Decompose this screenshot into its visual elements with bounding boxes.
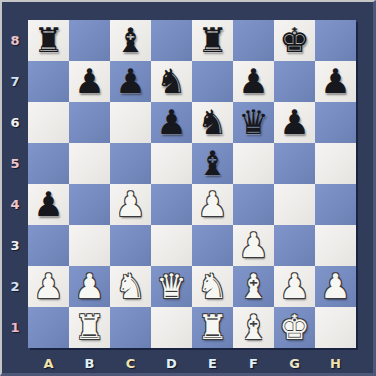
square-d5[interactable]	[151, 143, 192, 184]
rank-label-3: 3	[2, 225, 28, 266]
piece-black-bishop[interactable]: ♝	[110, 20, 151, 61]
square-g1[interactable]: ♚	[274, 307, 315, 348]
square-f1[interactable]: ♝	[233, 307, 274, 348]
square-b4[interactable]	[69, 184, 110, 225]
piece-black-pawn[interactable]: ♟	[151, 102, 192, 143]
piece-black-pawn[interactable]: ♟	[28, 184, 69, 225]
file-label-d: D	[151, 350, 192, 376]
square-g4[interactable]	[274, 184, 315, 225]
piece-black-king[interactable]: ♚	[274, 20, 315, 61]
square-a4[interactable]: ♟	[28, 184, 69, 225]
square-e7[interactable]	[192, 61, 233, 102]
piece-white-knight[interactable]: ♞	[110, 266, 151, 307]
square-e3[interactable]	[192, 225, 233, 266]
square-b2[interactable]: ♟	[69, 266, 110, 307]
piece-white-bishop[interactable]: ♝	[233, 307, 274, 348]
square-h7[interactable]: ♟	[315, 61, 356, 102]
square-d4[interactable]	[151, 184, 192, 225]
piece-black-pawn[interactable]: ♟	[69, 61, 110, 102]
square-d6[interactable]: ♟	[151, 102, 192, 143]
rank-label-7: 7	[2, 61, 28, 102]
square-h8[interactable]	[315, 20, 356, 61]
square-a7[interactable]	[28, 61, 69, 102]
square-c3[interactable]	[110, 225, 151, 266]
piece-white-pawn[interactable]: ♟	[69, 266, 110, 307]
square-g5[interactable]	[274, 143, 315, 184]
square-d1[interactable]	[151, 307, 192, 348]
piece-white-rook[interactable]: ♜	[69, 307, 110, 348]
square-a6[interactable]	[28, 102, 69, 143]
piece-black-bishop[interactable]: ♝	[192, 143, 233, 184]
square-f2[interactable]: ♝	[233, 266, 274, 307]
square-c6[interactable]	[110, 102, 151, 143]
piece-black-knight[interactable]: ♞	[192, 102, 233, 143]
square-c8[interactable]: ♝	[110, 20, 151, 61]
rank-label-1: 1	[2, 307, 28, 348]
piece-white-pawn[interactable]: ♟	[315, 266, 356, 307]
piece-black-queen[interactable]: ♛	[233, 102, 274, 143]
square-f4[interactable]	[233, 184, 274, 225]
piece-white-pawn[interactable]: ♟	[274, 266, 315, 307]
piece-white-queen[interactable]: ♛	[151, 266, 192, 307]
piece-black-rook[interactable]: ♜	[192, 20, 233, 61]
square-b3[interactable]	[69, 225, 110, 266]
square-d3[interactable]	[151, 225, 192, 266]
square-h5[interactable]	[315, 143, 356, 184]
piece-black-knight[interactable]: ♞	[151, 61, 192, 102]
square-f5[interactable]	[233, 143, 274, 184]
square-c7[interactable]: ♟	[110, 61, 151, 102]
chess-board-frame: 87654321 ♜♝♜♚♟♟♞♟♟♟♞♛♟♝♟♟♟♟♟♟♞♛♞♝♟♟♜♜♝♚ …	[0, 0, 376, 376]
board[interactable]: ♜♝♜♚♟♟♞♟♟♟♞♛♟♝♟♟♟♟♟♟♞♛♞♝♟♟♜♜♝♚	[28, 20, 356, 348]
piece-black-pawn[interactable]: ♟	[233, 61, 274, 102]
file-label-e: E	[192, 350, 233, 376]
file-label-g: G	[274, 350, 315, 376]
square-d8[interactable]	[151, 20, 192, 61]
file-labels: ABCDEFGH	[28, 350, 356, 376]
square-h3[interactable]	[315, 225, 356, 266]
piece-black-pawn[interactable]: ♟	[110, 61, 151, 102]
file-label-f: F	[233, 350, 274, 376]
rank-labels: 87654321	[2, 20, 28, 348]
square-a8[interactable]: ♜	[28, 20, 69, 61]
square-g6[interactable]: ♟	[274, 102, 315, 143]
piece-white-pawn[interactable]: ♟	[233, 225, 274, 266]
square-c2[interactable]: ♞	[110, 266, 151, 307]
square-c1[interactable]	[110, 307, 151, 348]
square-g2[interactable]: ♟	[274, 266, 315, 307]
piece-white-pawn[interactable]: ♟	[192, 184, 233, 225]
square-f3[interactable]: ♟	[233, 225, 274, 266]
square-c5[interactable]	[110, 143, 151, 184]
piece-black-rook[interactable]: ♜	[28, 20, 69, 61]
piece-white-rook[interactable]: ♜	[192, 307, 233, 348]
square-h2[interactable]: ♟	[315, 266, 356, 307]
piece-white-pawn[interactable]: ♟	[28, 266, 69, 307]
square-g8[interactable]: ♚	[274, 20, 315, 61]
square-b6[interactable]	[69, 102, 110, 143]
square-b8[interactable]	[69, 20, 110, 61]
square-h1[interactable]	[315, 307, 356, 348]
square-e5[interactable]: ♝	[192, 143, 233, 184]
square-b1[interactable]: ♜	[69, 307, 110, 348]
square-d2[interactable]: ♛	[151, 266, 192, 307]
square-g3[interactable]	[274, 225, 315, 266]
file-label-h: H	[315, 350, 356, 376]
square-f7[interactable]: ♟	[233, 61, 274, 102]
square-a2[interactable]: ♟	[28, 266, 69, 307]
piece-white-bishop[interactable]: ♝	[233, 266, 274, 307]
square-b7[interactable]: ♟	[69, 61, 110, 102]
square-e6[interactable]: ♞	[192, 102, 233, 143]
rank-label-5: 5	[2, 143, 28, 184]
square-c4[interactable]: ♟	[110, 184, 151, 225]
square-a3[interactable]	[28, 225, 69, 266]
square-g7[interactable]	[274, 61, 315, 102]
square-e2[interactable]: ♞	[192, 266, 233, 307]
square-b5[interactable]	[69, 143, 110, 184]
file-label-c: C	[110, 350, 151, 376]
rank-label-8: 8	[2, 20, 28, 61]
piece-black-pawn[interactable]: ♟	[274, 102, 315, 143]
piece-white-king[interactable]: ♚	[274, 307, 315, 348]
square-e1[interactable]: ♜	[192, 307, 233, 348]
square-h6[interactable]	[315, 102, 356, 143]
piece-white-pawn[interactable]: ♟	[110, 184, 151, 225]
rank-label-6: 6	[2, 102, 28, 143]
square-d7[interactable]: ♞	[151, 61, 192, 102]
square-e4[interactable]: ♟	[192, 184, 233, 225]
file-label-b: B	[69, 350, 110, 376]
rank-label-4: 4	[2, 184, 28, 225]
square-f8[interactable]	[233, 20, 274, 61]
piece-white-knight[interactable]: ♞	[192, 266, 233, 307]
file-label-a: A	[28, 350, 69, 376]
piece-black-pawn[interactable]: ♟	[315, 61, 356, 102]
square-a1[interactable]	[28, 307, 69, 348]
square-a5[interactable]	[28, 143, 69, 184]
square-f6[interactable]: ♛	[233, 102, 274, 143]
square-e8[interactable]: ♜	[192, 20, 233, 61]
square-h4[interactable]	[315, 184, 356, 225]
rank-label-2: 2	[2, 266, 28, 307]
